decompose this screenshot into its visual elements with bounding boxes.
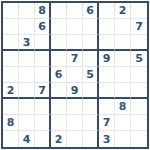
cell-r5c2[interactable] bbox=[19, 67, 35, 83]
cell-r3c2[interactable]: 3 bbox=[19, 35, 35, 51]
cell-r5c7[interactable] bbox=[99, 67, 115, 83]
cell-r5c8[interactable] bbox=[115, 67, 131, 83]
cell-r4c9[interactable]: 5 bbox=[131, 51, 147, 67]
cell-r5c9[interactable] bbox=[131, 67, 147, 83]
cell-r3c4[interactable] bbox=[51, 35, 67, 51]
cell-r6c4[interactable] bbox=[51, 83, 67, 99]
cell-r4c4[interactable] bbox=[51, 51, 67, 67]
cell-r9c1[interactable] bbox=[3, 131, 19, 147]
cell-r5c6[interactable]: 5 bbox=[83, 67, 99, 83]
cell-r2c1[interactable] bbox=[3, 19, 19, 35]
cell-r6c1[interactable]: 2 bbox=[3, 83, 19, 99]
cell-r3c7[interactable] bbox=[99, 35, 115, 51]
cell-r5c1[interactable] bbox=[3, 67, 19, 83]
cell-r2c9[interactable]: 7 bbox=[131, 19, 147, 35]
cell-r4c5[interactable]: 7 bbox=[67, 51, 83, 67]
cell-r5c5[interactable] bbox=[67, 67, 83, 83]
cell-r7c1[interactable] bbox=[3, 99, 19, 115]
cell-r8c7[interactable]: 7 bbox=[99, 115, 115, 131]
cell-r1c6[interactable]: 6 bbox=[83, 3, 99, 19]
cell-r4c6[interactable] bbox=[83, 51, 99, 67]
cell-r1c8[interactable]: 2 bbox=[115, 3, 131, 19]
cell-r5c4[interactable]: 6 bbox=[51, 67, 67, 83]
cell-r9c6[interactable] bbox=[83, 131, 99, 147]
cell-r4c8[interactable] bbox=[115, 51, 131, 67]
cell-r1c9[interactable] bbox=[131, 3, 147, 19]
cell-r9c4[interactable]: 2 bbox=[51, 131, 67, 147]
cell-r7c7[interactable] bbox=[99, 99, 115, 115]
cell-r2c2[interactable] bbox=[19, 19, 35, 35]
cell-r6c2[interactable] bbox=[19, 83, 35, 99]
cell-r4c7[interactable]: 9 bbox=[99, 51, 115, 67]
cell-r8c4[interactable] bbox=[51, 115, 67, 131]
cell-r7c8[interactable]: 8 bbox=[115, 99, 131, 115]
cell-r7c6[interactable] bbox=[83, 99, 99, 115]
cell-r9c2[interactable]: 4 bbox=[19, 131, 35, 147]
cell-r4c3[interactable] bbox=[35, 51, 51, 67]
cell-r8c8[interactable] bbox=[115, 115, 131, 131]
cell-r8c1[interactable]: 8 bbox=[3, 115, 19, 131]
cell-r1c7[interactable] bbox=[99, 3, 115, 19]
cell-r7c5[interactable] bbox=[67, 99, 83, 115]
cell-r8c2[interactable] bbox=[19, 115, 35, 131]
cell-r1c2[interactable] bbox=[19, 3, 35, 19]
cell-r3c6[interactable] bbox=[83, 35, 99, 51]
cell-r4c1[interactable] bbox=[3, 51, 19, 67]
cell-r7c2[interactable] bbox=[19, 99, 35, 115]
cell-r6c7[interactable] bbox=[99, 83, 115, 99]
cell-r2c7[interactable] bbox=[99, 19, 115, 35]
cell-r6c3[interactable]: 7 bbox=[35, 83, 51, 99]
cell-r8c5[interactable] bbox=[67, 115, 83, 131]
cell-r1c5[interactable] bbox=[67, 3, 83, 19]
cell-r9c7[interactable]: 3 bbox=[99, 131, 115, 147]
cell-r1c3[interactable]: 8 bbox=[35, 3, 51, 19]
cell-r1c4[interactable] bbox=[51, 3, 67, 19]
cell-r5c3[interactable] bbox=[35, 67, 51, 83]
cell-r1c1[interactable] bbox=[3, 3, 19, 19]
cell-r6c5[interactable]: 9 bbox=[67, 83, 83, 99]
cell-r4c2[interactable] bbox=[19, 51, 35, 67]
sudoku-board: 86267379565279887423 bbox=[1, 1, 149, 149]
cell-r9c8[interactable] bbox=[115, 131, 131, 147]
cell-r3c9[interactable] bbox=[131, 35, 147, 51]
cell-r9c5[interactable] bbox=[67, 131, 83, 147]
cell-r9c9[interactable] bbox=[131, 131, 147, 147]
cell-r8c9[interactable] bbox=[131, 115, 147, 131]
cell-r2c8[interactable] bbox=[115, 19, 131, 35]
cell-r8c6[interactable] bbox=[83, 115, 99, 131]
cell-r2c6[interactable] bbox=[83, 19, 99, 35]
cell-r3c3[interactable] bbox=[35, 35, 51, 51]
cell-r7c3[interactable] bbox=[35, 99, 51, 115]
cell-r3c1[interactable] bbox=[3, 35, 19, 51]
cell-r3c8[interactable] bbox=[115, 35, 131, 51]
sudoku-grid: 86267379565279887423 bbox=[3, 3, 147, 147]
cell-r6c6[interactable] bbox=[83, 83, 99, 99]
cell-r7c4[interactable] bbox=[51, 99, 67, 115]
cell-r9c3[interactable] bbox=[35, 131, 51, 147]
cell-r2c4[interactable] bbox=[51, 19, 67, 35]
cell-r7c9[interactable] bbox=[131, 99, 147, 115]
cell-r6c9[interactable] bbox=[131, 83, 147, 99]
cell-r8c3[interactable] bbox=[35, 115, 51, 131]
cell-r2c5[interactable] bbox=[67, 19, 83, 35]
cell-r2c3[interactable]: 6 bbox=[35, 19, 51, 35]
cell-r6c8[interactable] bbox=[115, 83, 131, 99]
cell-r3c5[interactable] bbox=[67, 35, 83, 51]
